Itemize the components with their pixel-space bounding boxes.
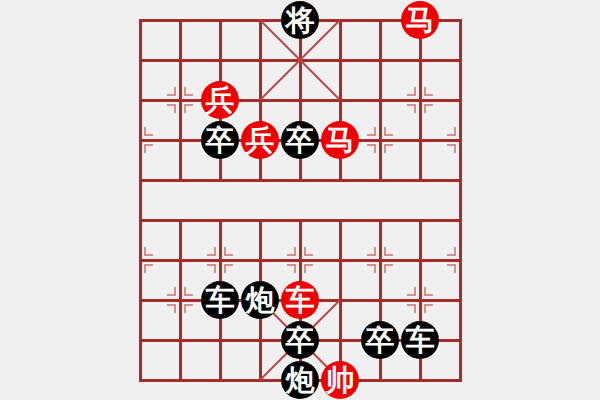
piece-black-general[interactable]: 将 bbox=[281, 1, 319, 39]
piece-black-chariot-1[interactable]: 车 bbox=[201, 281, 239, 319]
piece-red-soldier-1[interactable]: 兵 bbox=[201, 81, 239, 119]
piece-black-soldier-1[interactable]: 卒 bbox=[201, 121, 239, 159]
piece-black-cannon-1[interactable]: 炮 bbox=[241, 281, 279, 319]
piece-black-chariot-2[interactable]: 车 bbox=[401, 321, 439, 359]
piece-red-horse-2[interactable]: 马 bbox=[321, 121, 359, 159]
piece-black-cannon-2[interactable]: 炮 bbox=[281, 361, 319, 399]
piece-black-soldier-2[interactable]: 卒 bbox=[281, 121, 319, 159]
piece-red-general[interactable]: 帅 bbox=[321, 361, 359, 399]
xiangqi-board: 将马兵卒兵卒马车炮车卒卒车炮帅 bbox=[0, 0, 600, 400]
piece-red-chariot[interactable]: 车 bbox=[281, 281, 319, 319]
piece-red-horse-1[interactable]: 马 bbox=[401, 1, 439, 39]
piece-red-soldier-2[interactable]: 兵 bbox=[241, 121, 279, 159]
pieces-layer: 将马兵卒兵卒马车炮车卒卒车炮帅 bbox=[0, 0, 600, 400]
piece-black-soldier-3[interactable]: 卒 bbox=[281, 321, 319, 359]
piece-black-soldier-4[interactable]: 卒 bbox=[361, 321, 399, 359]
